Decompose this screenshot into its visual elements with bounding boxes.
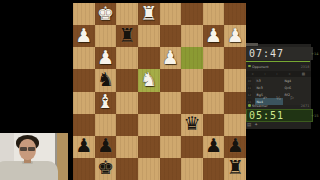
square[interactable] [160, 92, 182, 114]
online-dot-icon [248, 65, 251, 68]
square[interactable]: ♚ [95, 3, 117, 25]
square[interactable] [73, 47, 95, 69]
square[interactable]: ♜ [224, 158, 246, 180]
square[interactable] [138, 114, 160, 136]
draw-button[interactable]: ½ [276, 96, 281, 101]
square[interactable] [116, 3, 138, 25]
square[interactable] [116, 158, 138, 180]
nav-icon-0[interactable]: « [251, 72, 253, 76]
piece-bR: ♜ [227, 158, 244, 177]
piece-wN: ♞ [140, 70, 157, 89]
move-white[interactable]: h3 [255, 77, 283, 84]
piece-bP: ♟ [227, 136, 244, 155]
door-strip [57, 133, 68, 180]
board-list-icon[interactable]: ▤ [247, 123, 251, 128]
top-clock-badge: +14 [311, 51, 316, 55]
square[interactable]: ♞ [138, 69, 160, 91]
panel-tab[interactable] [246, 43, 258, 46]
square[interactable] [73, 158, 95, 180]
square[interactable] [116, 136, 138, 158]
chess-board[interactable]: ♚♜♟♜♟♟♟♟♞♞♝♛♟♟♟♟♚♜ [73, 3, 246, 180]
glasses-icon [20, 147, 35, 151]
piece-wP: ♟ [75, 26, 92, 45]
square[interactable]: ♚ [95, 158, 117, 180]
square[interactable]: ♟ [73, 25, 95, 47]
square[interactable] [224, 114, 246, 136]
piece-bP: ♟ [97, 136, 114, 155]
square[interactable] [181, 136, 203, 158]
nav-icon-1[interactable]: ‹ [264, 72, 265, 76]
square[interactable] [181, 47, 203, 69]
square[interactable] [203, 92, 225, 114]
square[interactable] [160, 3, 182, 25]
square[interactable] [138, 47, 160, 69]
square[interactable]: ♟ [73, 136, 95, 158]
square[interactable] [73, 92, 95, 114]
top-player-name: Opponent [252, 64, 275, 68]
square[interactable] [224, 47, 246, 69]
square[interactable] [116, 69, 138, 91]
square[interactable] [203, 69, 225, 91]
move-list[interactable]: 30h3Ng431Nc3Qc632Bg5Rf233Ne4 [246, 77, 311, 95]
piece-wB: ♝ [97, 92, 114, 111]
square[interactable] [160, 158, 182, 180]
square[interactable] [73, 69, 95, 91]
piece-wP: ♟ [97, 48, 114, 67]
square[interactable] [181, 69, 203, 91]
resign-button[interactable]: ⚐ [290, 96, 294, 101]
piece-bP: ♟ [75, 136, 92, 155]
piece-bP: ♟ [205, 136, 222, 155]
square[interactable] [160, 136, 182, 158]
square[interactable]: ♞ [95, 69, 117, 91]
move-number: 31 [247, 86, 252, 90]
square[interactable] [160, 114, 182, 136]
square[interactable] [116, 47, 138, 69]
top-player-clock: 07:47 [246, 47, 313, 60]
move-black[interactable]: Ng4 [283, 77, 311, 84]
square[interactable] [181, 92, 203, 114]
square[interactable] [160, 25, 182, 47]
square[interactable] [116, 92, 138, 114]
square[interactable] [224, 92, 246, 114]
square[interactable] [203, 3, 225, 25]
top-player-row[interactable]: Opponent 2318 [246, 63, 311, 70]
square[interactable] [224, 69, 246, 91]
nav-icon-3[interactable]: » [289, 72, 291, 76]
square[interactable]: ♝ [95, 92, 117, 114]
bottom-player-row[interactable]: Streamer 2471 [246, 102, 311, 109]
square[interactable]: ♜ [116, 25, 138, 47]
piece-wP: ♟ [162, 48, 179, 67]
move-black[interactable]: Qc6 [283, 84, 311, 91]
piece-bN: ♞ [97, 70, 114, 89]
bottom-player-name: Streamer [252, 104, 275, 108]
piece-wK: ♚ [97, 4, 114, 23]
settings-icon[interactable]: ✦ [254, 123, 258, 128]
square[interactable] [224, 3, 246, 25]
piece-wR: ♜ [140, 4, 157, 23]
square[interactable] [160, 69, 182, 91]
bottom-clock-badge: +15 [311, 113, 316, 117]
piece-bQ: ♛ [183, 114, 200, 133]
square[interactable] [116, 114, 138, 136]
panel-bottom-icons: ▤✦ [247, 122, 277, 128]
nav-icon-4[interactable]: ▤ [302, 72, 305, 76]
square[interactable]: ♟ [95, 136, 117, 158]
square[interactable]: ♟ [160, 47, 182, 69]
bottom-player-rating: 2471 [300, 104, 309, 108]
square[interactable] [138, 158, 160, 180]
square[interactable] [73, 114, 95, 136]
move-row: 30h3Ng4 [246, 77, 311, 84]
square[interactable]: ♟ [203, 136, 225, 158]
move-white[interactable]: Nc3 [255, 84, 283, 91]
piece-wP: ♟ [205, 26, 222, 45]
takeback-button[interactable]: ↶ [263, 96, 267, 101]
square[interactable] [95, 114, 117, 136]
nav-icon-2[interactable]: › [276, 72, 277, 76]
square[interactable]: ♛ [181, 114, 203, 136]
square[interactable] [203, 47, 225, 69]
square[interactable]: ♟ [224, 25, 246, 47]
square[interactable] [181, 3, 203, 25]
online-dot-icon [248, 104, 251, 107]
square[interactable] [181, 25, 203, 47]
square[interactable]: ♟ [95, 47, 117, 69]
top-player-rating: 2318 [300, 64, 309, 68]
square[interactable] [203, 158, 225, 180]
square[interactable] [73, 3, 95, 25]
square[interactable] [138, 25, 160, 47]
square[interactable] [95, 25, 117, 47]
square[interactable] [203, 114, 225, 136]
move-row: 31Nc3Qc6 [246, 84, 311, 91]
square[interactable]: ♟ [203, 25, 225, 47]
bottom-player-clock-active: 05:51 [246, 109, 313, 122]
piece-wP: ♟ [227, 26, 244, 45]
webcam-video [0, 133, 68, 180]
piece-bK: ♚ [97, 158, 114, 177]
piece-bR: ♜ [119, 26, 136, 45]
square[interactable] [138, 92, 160, 114]
square[interactable] [181, 158, 203, 180]
square[interactable] [138, 136, 160, 158]
square[interactable]: ♜ [138, 3, 160, 25]
move-number: 30 [247, 79, 252, 83]
square[interactable]: ♟ [224, 136, 246, 158]
